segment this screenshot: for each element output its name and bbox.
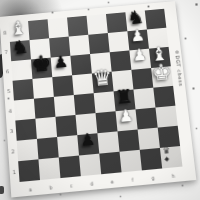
- file-label-g: g: [142, 172, 164, 184]
- piece-black-knight-g8[interactable]: ♞: [125, 7, 146, 28]
- file-label-f: f: [122, 174, 144, 186]
- file-label-c: c: [61, 180, 82, 192]
- file-label-a: a: [20, 184, 41, 196]
- piece-white-pawn-f3[interactable]: ♟: [115, 105, 137, 127]
- file-label-d: d: [81, 178, 103, 190]
- piece-white-king-h5[interactable]: ♚: [151, 62, 173, 83]
- piece-black-king-b6[interactable]: ♚: [31, 54, 52, 75]
- piece-black-pawn-c6[interactable]: ♟: [50, 52, 71, 73]
- piece-white-pawn-g6[interactable]: ♟: [129, 45, 151, 66]
- piece-black-rook-f4[interactable]: ♜: [113, 86, 135, 108]
- file-label-b: b: [40, 182, 61, 194]
- piece-black-knight-a7[interactable]: ♞: [10, 36, 31, 57]
- chessboard-photo: ♝♞♞♟♚♟♟♝♛♚♜♟♟ abcdefgh 87654321 ♔DGT che…: [0, 0, 200, 200]
- chess-board: ♝♞♞♟♚♟♟♝♛♚♜♟♟ abcdefgh 87654321 ♔DGT che…: [0, 1, 196, 197]
- piece-white-pawn-g7[interactable]: ♟: [127, 26, 149, 47]
- background-mark: [0, 186, 4, 194]
- dgt-edge-branding: ♔DGT chess: [174, 49, 184, 87]
- file-label-e: e: [101, 176, 123, 188]
- piece-white-queen-e5[interactable]: ♛: [91, 68, 113, 89]
- edge-brand-text: DGT chess: [175, 55, 185, 87]
- piece-black-pawn-d2[interactable]: ♟: [77, 129, 99, 151]
- file-label-h: h: [163, 170, 185, 182]
- piece-layer: ♝♞♞♟♚♟♟♝♛♚♜♟♟: [9, 9, 183, 182]
